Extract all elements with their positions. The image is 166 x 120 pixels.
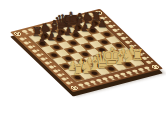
white-rook-icon: ♜ <box>131 48 144 63</box>
black-pawn-icon: ♟ <box>97 19 107 30</box>
photo-stage: ♜♞♝♛♚♝♞♜♟♟♟♟♟♟♟♟♟♟♟♟♟♟♟♟♜♞♝♛♚♝♞♜ <box>0 0 166 120</box>
